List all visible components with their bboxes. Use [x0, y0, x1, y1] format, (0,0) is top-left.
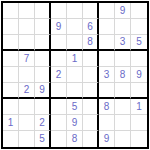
cell-r3c1[interactable] [3, 35, 19, 51]
cell-r9c7-given[interactable]: 9 [99, 131, 115, 147]
cell-r5c4-given[interactable]: 2 [51, 67, 67, 83]
cell-r8c7[interactable] [99, 115, 115, 131]
cell-r2c1[interactable] [3, 19, 19, 35]
cell-r5c5[interactable] [67, 67, 83, 83]
sudoku-page: 99683571238929581129589 [0, 0, 150, 150]
cell-r4c8[interactable] [115, 51, 131, 67]
cell-r8c9[interactable] [131, 115, 147, 131]
cell-r8c1-given[interactable]: 1 [3, 115, 19, 131]
cell-r5c7-given[interactable]: 3 [99, 67, 115, 83]
cell-r6c5[interactable] [67, 83, 83, 99]
cell-r1c7[interactable] [99, 3, 115, 19]
cell-r8c6[interactable] [83, 115, 99, 131]
cell-r3c3[interactable] [35, 35, 51, 51]
cell-r6c3-given[interactable]: 9 [35, 83, 51, 99]
cell-r1c8-given[interactable]: 9 [115, 3, 131, 19]
cell-r6c6[interactable] [83, 83, 99, 99]
cell-r3c6-given[interactable]: 8 [83, 35, 99, 51]
cell-r7c7-given[interactable]: 8 [99, 99, 115, 115]
cell-r7c3[interactable] [35, 99, 51, 115]
cell-r2c6-given[interactable]: 6 [83, 19, 99, 35]
cell-r3c4[interactable] [51, 35, 67, 51]
cell-r2c9[interactable] [131, 19, 147, 35]
cell-r6c9[interactable] [131, 83, 147, 99]
cell-r6c1[interactable] [3, 83, 19, 99]
cell-r7c1[interactable] [3, 99, 19, 115]
cell-r9c6[interactable] [83, 131, 99, 147]
cell-r6c4[interactable] [51, 83, 67, 99]
cell-r6c8[interactable] [115, 83, 131, 99]
cell-r7c8[interactable] [115, 99, 131, 115]
cell-r8c2[interactable] [19, 115, 35, 131]
cell-r8c4[interactable] [51, 115, 67, 131]
cell-r8c5-given[interactable]: 9 [67, 115, 83, 131]
cell-r4c2-given[interactable]: 7 [19, 51, 35, 67]
cell-r7c9-given[interactable]: 1 [131, 99, 147, 115]
cell-r7c5-given[interactable]: 5 [67, 99, 83, 115]
cell-r5c2[interactable] [19, 67, 35, 83]
cell-r4c5-given[interactable]: 1 [67, 51, 83, 67]
cell-r4c7[interactable] [99, 51, 115, 67]
cell-r4c9[interactable] [131, 51, 147, 67]
cell-r1c9[interactable] [131, 3, 147, 19]
cell-r2c5[interactable] [67, 19, 83, 35]
cell-r3c2[interactable] [19, 35, 35, 51]
cell-r3c7[interactable] [99, 35, 115, 51]
cell-r1c1[interactable] [3, 3, 19, 19]
cell-r6c2-given[interactable]: 2 [19, 83, 35, 99]
cell-r3c8-given[interactable]: 3 [115, 35, 131, 51]
cell-r4c6[interactable] [83, 51, 99, 67]
cell-r8c3-given[interactable]: 2 [35, 115, 51, 131]
cell-r9c8[interactable] [115, 131, 131, 147]
cell-r1c6[interactable] [83, 3, 99, 19]
cell-r1c4[interactable] [51, 3, 67, 19]
cell-r5c3[interactable] [35, 67, 51, 83]
cell-r1c3[interactable] [35, 3, 51, 19]
cell-r9c4[interactable] [51, 131, 67, 147]
cell-r2c8[interactable] [115, 19, 131, 35]
cell-r1c5[interactable] [67, 3, 83, 19]
cell-r8c8[interactable] [115, 115, 131, 131]
cell-r1c2[interactable] [19, 3, 35, 19]
cell-r4c1[interactable] [3, 51, 19, 67]
cell-r4c3[interactable] [35, 51, 51, 67]
cell-r7c2[interactable] [19, 99, 35, 115]
cell-r2c4-given[interactable]: 9 [51, 19, 67, 35]
cell-r3c9-given[interactable]: 5 [131, 35, 147, 51]
cell-r9c2[interactable] [19, 131, 35, 147]
sudoku-board: 99683571238929581129589 [1, 1, 149, 149]
cell-r5c9-given[interactable]: 9 [131, 67, 147, 83]
cell-r9c9[interactable] [131, 131, 147, 147]
cell-r2c2[interactable] [19, 19, 35, 35]
cell-r7c6[interactable] [83, 99, 99, 115]
cell-r3c5[interactable] [67, 35, 83, 51]
cell-r5c6[interactable] [83, 67, 99, 83]
cell-r2c7[interactable] [99, 19, 115, 35]
cell-r9c3-given[interactable]: 5 [35, 131, 51, 147]
cell-r6c7[interactable] [99, 83, 115, 99]
cell-r9c1[interactable] [3, 131, 19, 147]
cell-r9c5-given[interactable]: 8 [67, 131, 83, 147]
cell-r7c4[interactable] [51, 99, 67, 115]
cell-r5c1[interactable] [3, 67, 19, 83]
cell-r2c3[interactable] [35, 19, 51, 35]
cell-r5c8-given[interactable]: 8 [115, 67, 131, 83]
cell-r4c4[interactable] [51, 51, 67, 67]
